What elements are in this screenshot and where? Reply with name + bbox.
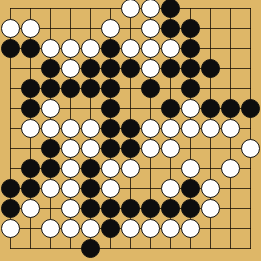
intersection-3-7[interactable] bbox=[60, 138, 80, 158]
black-stone[interactable] bbox=[121, 199, 140, 218]
white-stone[interactable] bbox=[1, 19, 20, 38]
black-stone[interactable] bbox=[121, 119, 140, 138]
intersection-2-7[interactable] bbox=[40, 138, 60, 158]
black-stone[interactable] bbox=[21, 179, 40, 198]
intersection-7-10[interactable] bbox=[140, 198, 160, 218]
intersection-7-7[interactable] bbox=[140, 138, 160, 158]
white-stone[interactable] bbox=[61, 59, 80, 78]
black-stone[interactable] bbox=[181, 39, 200, 58]
white-stone[interactable] bbox=[241, 139, 260, 158]
intersection-1-2[interactable] bbox=[20, 38, 40, 58]
white-stone[interactable] bbox=[41, 99, 60, 118]
white-stone[interactable] bbox=[41, 179, 60, 198]
intersection-4-6[interactable] bbox=[80, 118, 100, 138]
black-stone[interactable] bbox=[101, 119, 120, 138]
intersection-4-7[interactable] bbox=[80, 138, 100, 158]
white-stone[interactable] bbox=[221, 119, 240, 138]
intersection-0-1[interactable] bbox=[0, 18, 20, 38]
intersection-6-0[interactable] bbox=[120, 0, 140, 18]
intersection-6-2[interactable] bbox=[120, 38, 140, 58]
intersection-11-8[interactable] bbox=[220, 158, 240, 178]
intersection-3-8[interactable] bbox=[60, 158, 80, 178]
intersection-8-6[interactable] bbox=[160, 118, 180, 138]
intersection-9-11[interactable] bbox=[180, 218, 200, 238]
intersection-7-5[interactable] bbox=[140, 98, 160, 118]
intersection-8-0[interactable] bbox=[160, 0, 180, 18]
black-stone[interactable] bbox=[81, 199, 100, 218]
white-stone[interactable] bbox=[161, 219, 180, 238]
white-stone[interactable] bbox=[61, 219, 80, 238]
intersection-6-5[interactable] bbox=[120, 98, 140, 118]
intersection-9-0[interactable] bbox=[180, 0, 200, 18]
intersection-3-1[interactable] bbox=[60, 18, 80, 38]
white-stone[interactable] bbox=[61, 159, 80, 178]
intersection-9-6[interactable] bbox=[180, 118, 200, 138]
intersection-0-3[interactable] bbox=[0, 58, 20, 78]
intersection-0-9[interactable] bbox=[0, 178, 20, 198]
intersection-2-12[interactable] bbox=[40, 238, 60, 258]
intersection-3-0[interactable] bbox=[60, 0, 80, 18]
intersection-5-8[interactable] bbox=[100, 158, 120, 178]
black-stone[interactable] bbox=[161, 0, 180, 18]
intersection-7-6[interactable] bbox=[140, 118, 160, 138]
go-board[interactable] bbox=[0, 0, 261, 261]
intersection-10-3[interactable] bbox=[200, 58, 220, 78]
intersection-9-4[interactable] bbox=[180, 78, 200, 98]
intersection-2-4[interactable] bbox=[40, 78, 60, 98]
intersection-7-0[interactable] bbox=[140, 0, 160, 18]
intersection-4-9[interactable] bbox=[80, 178, 100, 198]
white-stone[interactable] bbox=[161, 179, 180, 198]
white-stone[interactable] bbox=[181, 119, 200, 138]
white-stone[interactable] bbox=[141, 139, 160, 158]
intersection-9-8[interactable] bbox=[180, 158, 200, 178]
intersection-8-2[interactable] bbox=[160, 38, 180, 58]
intersection-5-9[interactable] bbox=[100, 178, 120, 198]
intersection-10-5[interactable] bbox=[200, 98, 220, 118]
white-stone[interactable] bbox=[161, 39, 180, 58]
white-stone[interactable] bbox=[81, 39, 100, 58]
intersection-3-11[interactable] bbox=[60, 218, 80, 238]
white-stone[interactable] bbox=[81, 219, 100, 238]
black-stone[interactable] bbox=[101, 59, 120, 78]
intersection-9-2[interactable] bbox=[180, 38, 200, 58]
black-stone[interactable] bbox=[81, 159, 100, 178]
intersection-11-1[interactable] bbox=[220, 18, 240, 38]
intersection-0-5[interactable] bbox=[0, 98, 20, 118]
intersection-5-7[interactable] bbox=[100, 138, 120, 158]
intersection-8-8[interactable] bbox=[160, 158, 180, 178]
black-stone[interactable] bbox=[221, 99, 240, 118]
white-stone[interactable] bbox=[61, 119, 80, 138]
intersection-2-9[interactable] bbox=[40, 178, 60, 198]
intersection-11-6[interactable] bbox=[220, 118, 240, 138]
black-stone[interactable] bbox=[101, 79, 120, 98]
intersection-7-2[interactable] bbox=[140, 38, 160, 58]
intersection-11-0[interactable] bbox=[220, 0, 240, 18]
intersection-1-1[interactable] bbox=[20, 18, 40, 38]
intersection-6-7[interactable] bbox=[120, 138, 140, 158]
black-stone[interactable] bbox=[61, 79, 80, 98]
intersection-6-8[interactable] bbox=[120, 158, 140, 178]
intersection-9-5[interactable] bbox=[180, 98, 200, 118]
black-stone[interactable] bbox=[201, 59, 220, 78]
intersection-11-11[interactable] bbox=[220, 218, 240, 238]
intersection-3-6[interactable] bbox=[60, 118, 80, 138]
intersection-0-10[interactable] bbox=[0, 198, 20, 218]
intersection-4-12[interactable] bbox=[80, 238, 100, 258]
intersection-11-10[interactable] bbox=[220, 198, 240, 218]
intersection-10-11[interactable] bbox=[200, 218, 220, 238]
white-stone[interactable] bbox=[121, 0, 140, 18]
intersection-4-3[interactable] bbox=[80, 58, 100, 78]
intersection-5-4[interactable] bbox=[100, 78, 120, 98]
white-stone[interactable] bbox=[41, 219, 60, 238]
intersection-10-6[interactable] bbox=[200, 118, 220, 138]
black-stone[interactable] bbox=[101, 99, 120, 118]
white-stone[interactable] bbox=[181, 159, 200, 178]
intersection-8-12[interactable] bbox=[160, 238, 180, 258]
intersection-0-12[interactable] bbox=[0, 238, 20, 258]
black-stone[interactable] bbox=[161, 59, 180, 78]
intersection-5-12[interactable] bbox=[100, 238, 120, 258]
intersection-6-1[interactable] bbox=[120, 18, 140, 38]
white-stone[interactable] bbox=[141, 59, 160, 78]
intersection-11-4[interactable] bbox=[220, 78, 240, 98]
intersection-3-5[interactable] bbox=[60, 98, 80, 118]
black-stone[interactable] bbox=[1, 179, 20, 198]
intersection-0-6[interactable] bbox=[0, 118, 20, 138]
intersection-3-2[interactable] bbox=[60, 38, 80, 58]
intersection-11-5[interactable] bbox=[220, 98, 240, 118]
black-stone[interactable] bbox=[121, 139, 140, 158]
intersection-7-8[interactable] bbox=[140, 158, 160, 178]
intersection-3-3[interactable] bbox=[60, 58, 80, 78]
white-stone[interactable] bbox=[61, 39, 80, 58]
intersection-5-0[interactable] bbox=[100, 0, 120, 18]
intersection-10-1[interactable] bbox=[200, 18, 220, 38]
intersection-12-9[interactable] bbox=[240, 178, 260, 198]
black-stone[interactable] bbox=[141, 199, 160, 218]
intersection-7-12[interactable] bbox=[140, 238, 160, 258]
intersection-12-12[interactable] bbox=[240, 238, 260, 258]
white-stone[interactable] bbox=[141, 119, 160, 138]
white-stone[interactable] bbox=[121, 39, 140, 58]
white-stone[interactable] bbox=[21, 199, 40, 218]
intersection-12-8[interactable] bbox=[240, 158, 260, 178]
intersection-9-12[interactable] bbox=[180, 238, 200, 258]
white-stone[interactable] bbox=[161, 139, 180, 158]
intersection-8-11[interactable] bbox=[160, 218, 180, 238]
white-stone[interactable] bbox=[141, 219, 160, 238]
white-stone[interactable] bbox=[121, 159, 140, 178]
intersection-12-4[interactable] bbox=[240, 78, 260, 98]
white-stone[interactable] bbox=[61, 139, 80, 158]
black-stone[interactable] bbox=[241, 99, 260, 118]
intersection-1-10[interactable] bbox=[20, 198, 40, 218]
intersection-5-11[interactable] bbox=[100, 218, 120, 238]
intersection-2-10[interactable] bbox=[40, 198, 60, 218]
white-stone[interactable] bbox=[201, 199, 220, 218]
intersection-10-9[interactable] bbox=[200, 178, 220, 198]
black-stone[interactable] bbox=[21, 39, 40, 58]
white-stone[interactable] bbox=[61, 199, 80, 218]
black-stone[interactable] bbox=[161, 199, 180, 218]
intersection-8-1[interactable] bbox=[160, 18, 180, 38]
intersection-10-8[interactable] bbox=[200, 158, 220, 178]
black-stone[interactable] bbox=[141, 79, 160, 98]
intersection-10-10[interactable] bbox=[200, 198, 220, 218]
intersection-7-1[interactable] bbox=[140, 18, 160, 38]
white-stone[interactable] bbox=[201, 119, 220, 138]
intersection-8-3[interactable] bbox=[160, 58, 180, 78]
black-stone[interactable] bbox=[181, 79, 200, 98]
intersection-2-8[interactable] bbox=[40, 158, 60, 178]
black-stone[interactable] bbox=[181, 179, 200, 198]
intersection-2-11[interactable] bbox=[40, 218, 60, 238]
intersection-10-12[interactable] bbox=[200, 238, 220, 258]
intersection-6-10[interactable] bbox=[120, 198, 140, 218]
black-stone[interactable] bbox=[1, 39, 20, 58]
intersection-12-6[interactable] bbox=[240, 118, 260, 138]
intersection-4-8[interactable] bbox=[80, 158, 100, 178]
white-stone[interactable] bbox=[141, 39, 160, 58]
black-stone[interactable] bbox=[101, 39, 120, 58]
intersection-4-1[interactable] bbox=[80, 18, 100, 38]
black-stone[interactable] bbox=[1, 199, 20, 218]
intersection-11-7[interactable] bbox=[220, 138, 240, 158]
intersection-1-11[interactable] bbox=[20, 218, 40, 238]
intersection-1-4[interactable] bbox=[20, 78, 40, 98]
intersection-12-11[interactable] bbox=[240, 218, 260, 238]
intersection-9-1[interactable] bbox=[180, 18, 200, 38]
black-stone[interactable] bbox=[101, 139, 120, 158]
intersection-8-5[interactable] bbox=[160, 98, 180, 118]
intersection-11-3[interactable] bbox=[220, 58, 240, 78]
black-stone[interactable] bbox=[201, 99, 220, 118]
intersection-7-4[interactable] bbox=[140, 78, 160, 98]
white-stone[interactable] bbox=[221, 159, 240, 178]
intersection-6-4[interactable] bbox=[120, 78, 140, 98]
black-stone[interactable] bbox=[41, 139, 60, 158]
black-stone[interactable] bbox=[21, 159, 40, 178]
intersection-2-6[interactable] bbox=[40, 118, 60, 138]
intersection-0-2[interactable] bbox=[0, 38, 20, 58]
white-stone[interactable] bbox=[61, 179, 80, 198]
intersection-11-12[interactable] bbox=[220, 238, 240, 258]
black-stone[interactable] bbox=[41, 79, 60, 98]
stone-grid bbox=[0, 0, 260, 258]
white-stone[interactable] bbox=[21, 19, 40, 38]
black-stone[interactable] bbox=[81, 179, 100, 198]
white-stone[interactable] bbox=[201, 179, 220, 198]
intersection-3-9[interactable] bbox=[60, 178, 80, 198]
intersection-4-0[interactable] bbox=[80, 0, 100, 18]
black-stone[interactable] bbox=[41, 59, 60, 78]
intersection-5-10[interactable] bbox=[100, 198, 120, 218]
intersection-4-2[interactable] bbox=[80, 38, 100, 58]
white-stone[interactable] bbox=[1, 219, 20, 238]
white-stone[interactable] bbox=[181, 219, 200, 238]
black-stone[interactable] bbox=[81, 239, 100, 258]
white-stone[interactable] bbox=[101, 159, 120, 178]
intersection-7-11[interactable] bbox=[140, 218, 160, 238]
intersection-5-2[interactable] bbox=[100, 38, 120, 58]
intersection-12-0[interactable] bbox=[240, 0, 260, 18]
intersection-9-9[interactable] bbox=[180, 178, 200, 198]
intersection-2-3[interactable] bbox=[40, 58, 60, 78]
intersection-4-5[interactable] bbox=[80, 98, 100, 118]
intersection-10-4[interactable] bbox=[200, 78, 220, 98]
white-stone[interactable] bbox=[81, 139, 100, 158]
white-stone[interactable] bbox=[101, 19, 120, 38]
intersection-8-9[interactable] bbox=[160, 178, 180, 198]
intersection-3-12[interactable] bbox=[60, 238, 80, 258]
intersection-2-1[interactable] bbox=[40, 18, 60, 38]
intersection-0-11[interactable] bbox=[0, 218, 20, 238]
black-stone[interactable] bbox=[181, 199, 200, 218]
black-stone[interactable] bbox=[41, 159, 60, 178]
white-stone[interactable] bbox=[161, 119, 180, 138]
white-stone[interactable] bbox=[181, 99, 200, 118]
intersection-1-0[interactable] bbox=[20, 0, 40, 18]
black-stone[interactable] bbox=[181, 59, 200, 78]
intersection-12-10[interactable] bbox=[240, 198, 260, 218]
intersection-10-7[interactable] bbox=[200, 138, 220, 158]
black-stone[interactable] bbox=[181, 19, 200, 38]
black-stone[interactable] bbox=[121, 59, 140, 78]
intersection-6-11[interactable] bbox=[120, 218, 140, 238]
intersection-6-6[interactable] bbox=[120, 118, 140, 138]
white-stone[interactable] bbox=[21, 119, 40, 138]
intersection-9-3[interactable] bbox=[180, 58, 200, 78]
intersection-8-4[interactable] bbox=[160, 78, 180, 98]
white-stone[interactable] bbox=[41, 39, 60, 58]
intersection-1-3[interactable] bbox=[20, 58, 40, 78]
intersection-4-11[interactable] bbox=[80, 218, 100, 238]
intersection-1-12[interactable] bbox=[20, 238, 40, 258]
intersection-6-3[interactable] bbox=[120, 58, 140, 78]
intersection-0-0[interactable] bbox=[0, 0, 20, 18]
intersection-2-0[interactable] bbox=[40, 0, 60, 18]
white-stone[interactable] bbox=[81, 119, 100, 138]
black-stone[interactable] bbox=[101, 199, 120, 218]
intersection-1-5[interactable] bbox=[20, 98, 40, 118]
white-stone[interactable] bbox=[141, 0, 160, 18]
intersection-9-7[interactable] bbox=[180, 138, 200, 158]
intersection-2-2[interactable] bbox=[40, 38, 60, 58]
intersection-3-10[interactable] bbox=[60, 198, 80, 218]
black-stone[interactable] bbox=[81, 59, 100, 78]
intersection-5-5[interactable] bbox=[100, 98, 120, 118]
intersection-12-1[interactable] bbox=[240, 18, 260, 38]
intersection-11-2[interactable] bbox=[220, 38, 240, 58]
intersection-9-10[interactable] bbox=[180, 198, 200, 218]
black-stone[interactable] bbox=[21, 99, 40, 118]
intersection-0-8[interactable] bbox=[0, 158, 20, 178]
intersection-8-10[interactable] bbox=[160, 198, 180, 218]
intersection-12-5[interactable] bbox=[240, 98, 260, 118]
intersection-8-7[interactable] bbox=[160, 138, 180, 158]
intersection-12-7[interactable] bbox=[240, 138, 260, 158]
intersection-4-4[interactable] bbox=[80, 78, 100, 98]
black-stone[interactable] bbox=[21, 79, 40, 98]
intersection-4-10[interactable] bbox=[80, 198, 100, 218]
black-stone[interactable] bbox=[101, 219, 120, 238]
black-stone[interactable] bbox=[161, 19, 180, 38]
white-stone[interactable] bbox=[101, 179, 120, 198]
intersection-11-9[interactable] bbox=[220, 178, 240, 198]
intersection-6-9[interactable] bbox=[120, 178, 140, 198]
intersection-5-6[interactable] bbox=[100, 118, 120, 138]
intersection-10-2[interactable] bbox=[200, 38, 220, 58]
black-stone[interactable] bbox=[81, 79, 100, 98]
intersection-7-3[interactable] bbox=[140, 58, 160, 78]
intersection-12-3[interactable] bbox=[240, 58, 260, 78]
intersection-1-7[interactable] bbox=[20, 138, 40, 158]
intersection-7-9[interactable] bbox=[140, 178, 160, 198]
intersection-5-1[interactable] bbox=[100, 18, 120, 38]
intersection-0-7[interactable] bbox=[0, 138, 20, 158]
intersection-5-3[interactable] bbox=[100, 58, 120, 78]
intersection-0-4[interactable] bbox=[0, 78, 20, 98]
white-stone[interactable] bbox=[141, 19, 160, 38]
white-stone[interactable] bbox=[41, 119, 60, 138]
white-stone[interactable] bbox=[121, 219, 140, 238]
intersection-6-12[interactable] bbox=[120, 238, 140, 258]
intersection-1-8[interactable] bbox=[20, 158, 40, 178]
intersection-1-9[interactable] bbox=[20, 178, 40, 198]
intersection-12-2[interactable] bbox=[240, 38, 260, 58]
intersection-3-4[interactable] bbox=[60, 78, 80, 98]
intersection-1-6[interactable] bbox=[20, 118, 40, 138]
intersection-2-5[interactable] bbox=[40, 98, 60, 118]
black-stone[interactable] bbox=[161, 99, 180, 118]
intersection-10-0[interactable] bbox=[200, 0, 220, 18]
